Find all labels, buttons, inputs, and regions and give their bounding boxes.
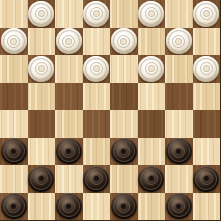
square-26[interactable] (83, 165, 111, 193)
square-10[interactable] (83, 55, 111, 83)
checker-core (203, 65, 210, 72)
white-checker[interactable] (111, 28, 137, 54)
square-29[interactable] (0, 193, 28, 221)
light-square-r4c2 (28, 83, 56, 111)
checker-core (65, 148, 72, 155)
light-square-r3c1 (0, 55, 28, 83)
square-27[interactable] (138, 165, 166, 193)
checker-core (10, 38, 17, 45)
square-20[interactable] (193, 110, 221, 138)
square-21[interactable] (0, 138, 28, 166)
checkers-board (0, 0, 220, 220)
light-square-r6c6 (138, 138, 166, 166)
checker-core (120, 148, 127, 155)
light-square-r6c8 (193, 138, 221, 166)
light-square-r2c4 (83, 28, 111, 56)
checker-core (65, 38, 72, 45)
square-22[interactable] (55, 138, 83, 166)
checkers-board-wrap (0, 0, 220, 220)
square-6[interactable] (55, 28, 83, 56)
light-square-r1c5 (110, 0, 138, 28)
white-checker[interactable] (138, 56, 164, 82)
light-square-r1c1 (0, 0, 28, 28)
light-square-r7c5 (110, 165, 138, 193)
checker-core (120, 203, 127, 210)
light-square-r4c6 (138, 83, 166, 111)
light-square-r2c6 (138, 28, 166, 56)
black-checker[interactable] (138, 166, 164, 192)
light-square-r8c2 (28, 193, 56, 221)
square-25[interactable] (28, 165, 56, 193)
square-11[interactable] (138, 55, 166, 83)
black-checker[interactable] (83, 166, 109, 192)
square-5[interactable] (0, 28, 28, 56)
square-18[interactable] (83, 110, 111, 138)
checker-core (175, 203, 182, 210)
white-checker[interactable] (28, 1, 54, 27)
checker-core (93, 175, 100, 182)
checker-core (148, 10, 155, 17)
light-square-r3c5 (110, 55, 138, 83)
square-13[interactable] (0, 83, 28, 111)
black-checker[interactable] (28, 166, 54, 192)
square-4[interactable] (193, 0, 221, 28)
light-square-r4c8 (193, 83, 221, 111)
checker-core (148, 175, 155, 182)
square-32[interactable] (165, 193, 193, 221)
black-checker[interactable] (166, 138, 192, 164)
light-square-r3c7 (165, 55, 193, 83)
white-checker[interactable] (166, 28, 192, 54)
checker-core (203, 175, 210, 182)
black-checker[interactable] (1, 193, 27, 219)
checker-core (93, 10, 100, 17)
black-checker[interactable] (111, 138, 137, 164)
checker-core (175, 148, 182, 155)
black-checker[interactable] (193, 166, 219, 192)
black-checker[interactable] (56, 193, 82, 219)
light-square-r7c3 (55, 165, 83, 193)
light-square-r5c7 (165, 110, 193, 138)
square-1[interactable] (28, 0, 56, 28)
square-17[interactable] (28, 110, 56, 138)
white-checker[interactable] (193, 1, 219, 27)
square-19[interactable] (138, 110, 166, 138)
black-checker[interactable] (56, 138, 82, 164)
light-square-r2c2 (28, 28, 56, 56)
checker-core (203, 10, 210, 17)
square-24[interactable] (165, 138, 193, 166)
light-square-r8c6 (138, 193, 166, 221)
square-14[interactable] (55, 83, 83, 111)
white-checker[interactable] (193, 56, 219, 82)
black-checker[interactable] (166, 193, 192, 219)
checker-core (65, 203, 72, 210)
square-2[interactable] (83, 0, 111, 28)
square-12[interactable] (193, 55, 221, 83)
light-square-r1c3 (55, 0, 83, 28)
square-16[interactable] (165, 83, 193, 111)
white-checker[interactable] (83, 56, 109, 82)
light-square-r2c8 (193, 28, 221, 56)
white-checker[interactable] (56, 28, 82, 54)
square-3[interactable] (138, 0, 166, 28)
checker-core (38, 65, 45, 72)
black-checker[interactable] (1, 138, 27, 164)
checker-core (10, 203, 17, 210)
light-square-r5c1 (0, 110, 28, 138)
square-23[interactable] (110, 138, 138, 166)
white-checker[interactable] (1, 28, 27, 54)
light-square-r5c3 (55, 110, 83, 138)
checker-core (93, 65, 100, 72)
square-31[interactable] (110, 193, 138, 221)
light-square-r7c1 (0, 165, 28, 193)
white-checker[interactable] (28, 56, 54, 82)
checker-core (38, 175, 45, 182)
square-7[interactable] (110, 28, 138, 56)
black-checker[interactable] (111, 193, 137, 219)
checker-core (10, 148, 17, 155)
square-9[interactable] (28, 55, 56, 83)
checker-core (148, 65, 155, 72)
square-28[interactable] (193, 165, 221, 193)
checker-core (38, 10, 45, 17)
square-30[interactable] (55, 193, 83, 221)
light-square-r6c2 (28, 138, 56, 166)
light-square-r8c8 (193, 193, 221, 221)
white-checker[interactable] (83, 1, 109, 27)
checker-core (175, 38, 182, 45)
light-square-r6c4 (83, 138, 111, 166)
square-8[interactable] (165, 28, 193, 56)
light-square-r1c7 (165, 0, 193, 28)
light-square-r4c4 (83, 83, 111, 111)
light-square-r8c4 (83, 193, 111, 221)
light-square-r7c7 (165, 165, 193, 193)
checker-core (120, 38, 127, 45)
square-15[interactable] (110, 83, 138, 111)
white-checker[interactable] (138, 1, 164, 27)
light-square-r5c5 (110, 110, 138, 138)
light-square-r3c3 (55, 55, 83, 83)
